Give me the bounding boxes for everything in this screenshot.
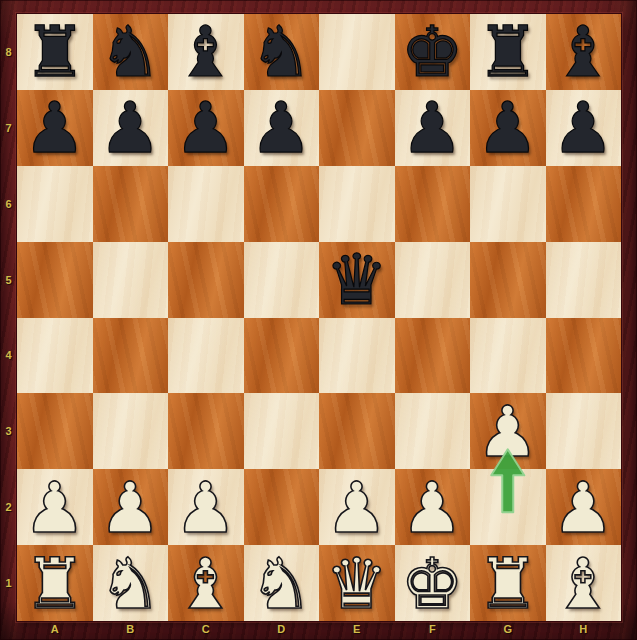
white-pawn-icon[interactable]: ♟ <box>401 471 464 546</box>
white-knight-icon[interactable]: ♞ <box>250 547 313 622</box>
square-b4[interactable] <box>93 318 169 394</box>
square-c8[interactable]: ♝ <box>168 14 244 90</box>
file-label-g: G <box>470 621 546 640</box>
black-rook-icon[interactable]: ♜ <box>476 15 539 90</box>
square-b5[interactable] <box>93 242 169 318</box>
black-pawn-icon[interactable]: ♟ <box>250 91 313 166</box>
file-labels: ABCDEFGH <box>17 621 621 640</box>
chess-app: ♜♞♝♞♚♜♝♟♟♟♟♟♟♟♛♟♟♟♟♟♟♟♜♞♝♞♛♚♜♝ 87654321 … <box>0 0 637 640</box>
square-c1[interactable]: ♝ <box>168 545 244 621</box>
black-pawn-icon[interactable]: ♟ <box>23 91 86 166</box>
square-g1[interactable]: ♜ <box>470 545 546 621</box>
square-f2[interactable]: ♟ <box>395 469 471 545</box>
square-a3[interactable] <box>17 393 93 469</box>
square-d1[interactable]: ♞ <box>244 545 320 621</box>
square-b2[interactable]: ♟ <box>93 469 169 545</box>
square-f1[interactable]: ♚ <box>395 545 471 621</box>
square-e2[interactable]: ♟ <box>319 469 395 545</box>
file-label-h: H <box>546 621 622 640</box>
square-e3[interactable] <box>319 393 395 469</box>
white-pawn-icon[interactable]: ♟ <box>552 471 615 546</box>
black-queen-icon[interactable]: ♛ <box>325 243 388 318</box>
rank-label-1: 1 <box>0 545 17 621</box>
black-rook-icon[interactable]: ♜ <box>23 15 86 90</box>
square-e1[interactable]: ♛ <box>319 545 395 621</box>
square-a1[interactable]: ♜ <box>17 545 93 621</box>
square-c5[interactable] <box>168 242 244 318</box>
square-d8[interactable]: ♞ <box>244 14 320 90</box>
square-b3[interactable] <box>93 393 169 469</box>
square-d7[interactable]: ♟ <box>244 90 320 166</box>
square-f3[interactable] <box>395 393 471 469</box>
square-e5[interactable]: ♛ <box>319 242 395 318</box>
white-rook-icon[interactable]: ♜ <box>23 547 86 622</box>
chess-board: ♜♞♝♞♚♜♝♟♟♟♟♟♟♟♛♟♟♟♟♟♟♟♜♞♝♞♛♚♜♝ <box>17 14 621 621</box>
white-rook-icon[interactable]: ♜ <box>476 547 539 622</box>
square-g8[interactable]: ♜ <box>470 14 546 90</box>
square-g4[interactable] <box>470 318 546 394</box>
black-pawn-icon[interactable]: ♟ <box>401 91 464 166</box>
white-pawn-icon[interactable]: ♟ <box>325 471 388 546</box>
square-a8[interactable]: ♜ <box>17 14 93 90</box>
white-pawn-icon[interactable]: ♟ <box>174 471 237 546</box>
square-c4[interactable] <box>168 318 244 394</box>
file-label-c: C <box>168 621 244 640</box>
square-e6[interactable] <box>319 166 395 242</box>
white-queen-icon[interactable]: ♛ <box>325 547 388 622</box>
square-f5[interactable] <box>395 242 471 318</box>
file-label-b: B <box>93 621 169 640</box>
rank-label-3: 3 <box>0 393 17 469</box>
black-pawn-icon[interactable]: ♟ <box>552 91 615 166</box>
black-knight-icon[interactable]: ♞ <box>99 15 162 90</box>
square-b6[interactable] <box>93 166 169 242</box>
file-label-a: A <box>17 621 93 640</box>
rank-labels: 87654321 <box>0 14 17 621</box>
square-c7[interactable]: ♟ <box>168 90 244 166</box>
square-a4[interactable] <box>17 318 93 394</box>
file-label-d: D <box>244 621 320 640</box>
square-g6[interactable] <box>470 166 546 242</box>
file-label-f: F <box>395 621 471 640</box>
square-f7[interactable]: ♟ <box>395 90 471 166</box>
square-d2[interactable] <box>244 469 320 545</box>
white-king-icon[interactable]: ♚ <box>401 547 464 622</box>
file-label-e: E <box>319 621 395 640</box>
white-knight-icon[interactable]: ♞ <box>99 547 162 622</box>
square-h2[interactable]: ♟ <box>546 469 622 545</box>
square-f4[interactable] <box>395 318 471 394</box>
square-g3[interactable]: ♟ <box>470 393 546 469</box>
square-e8[interactable] <box>319 14 395 90</box>
square-b7[interactable]: ♟ <box>93 90 169 166</box>
square-h8[interactable]: ♝ <box>546 14 622 90</box>
black-pawn-icon[interactable]: ♟ <box>99 91 162 166</box>
square-c2[interactable]: ♟ <box>168 469 244 545</box>
square-a5[interactable] <box>17 242 93 318</box>
white-bishop-icon[interactable]: ♝ <box>552 547 615 622</box>
rank-label-5: 5 <box>0 242 17 318</box>
square-b8[interactable]: ♞ <box>93 14 169 90</box>
square-h3[interactable] <box>546 393 622 469</box>
white-pawn-icon[interactable]: ♟ <box>476 395 539 470</box>
black-pawn-icon[interactable]: ♟ <box>476 91 539 166</box>
square-h1[interactable]: ♝ <box>546 545 622 621</box>
square-c3[interactable] <box>168 393 244 469</box>
square-g5[interactable] <box>470 242 546 318</box>
white-bishop-icon[interactable]: ♝ <box>174 547 237 622</box>
black-bishop-icon[interactable]: ♝ <box>174 15 237 90</box>
square-h6[interactable] <box>546 166 622 242</box>
square-e7[interactable] <box>319 90 395 166</box>
square-g7[interactable]: ♟ <box>470 90 546 166</box>
rank-label-4: 4 <box>0 318 17 394</box>
square-g2[interactable] <box>470 469 546 545</box>
square-d6[interactable] <box>244 166 320 242</box>
square-h5[interactable] <box>546 242 622 318</box>
rank-label-7: 7 <box>0 90 17 166</box>
rank-label-8: 8 <box>0 14 17 90</box>
black-knight-icon[interactable]: ♞ <box>250 15 313 90</box>
square-a6[interactable] <box>17 166 93 242</box>
square-h4[interactable] <box>546 318 622 394</box>
square-d4[interactable] <box>244 318 320 394</box>
square-a2[interactable]: ♟ <box>17 469 93 545</box>
square-b1[interactable]: ♞ <box>93 545 169 621</box>
square-f8[interactable]: ♚ <box>395 14 471 90</box>
square-e4[interactable] <box>319 318 395 394</box>
square-h7[interactable]: ♟ <box>546 90 622 166</box>
white-pawn-icon[interactable]: ♟ <box>99 471 162 546</box>
square-a7[interactable]: ♟ <box>17 90 93 166</box>
black-bishop-icon[interactable]: ♝ <box>552 15 615 90</box>
black-pawn-icon[interactable]: ♟ <box>174 91 237 166</box>
black-king-icon[interactable]: ♚ <box>401 15 464 90</box>
square-c6[interactable] <box>168 166 244 242</box>
white-pawn-icon[interactable]: ♟ <box>23 471 86 546</box>
rank-label-6: 6 <box>0 166 17 242</box>
square-d5[interactable] <box>244 242 320 318</box>
square-d3[interactable] <box>244 393 320 469</box>
square-f6[interactable] <box>395 166 471 242</box>
rank-label-2: 2 <box>0 469 17 545</box>
